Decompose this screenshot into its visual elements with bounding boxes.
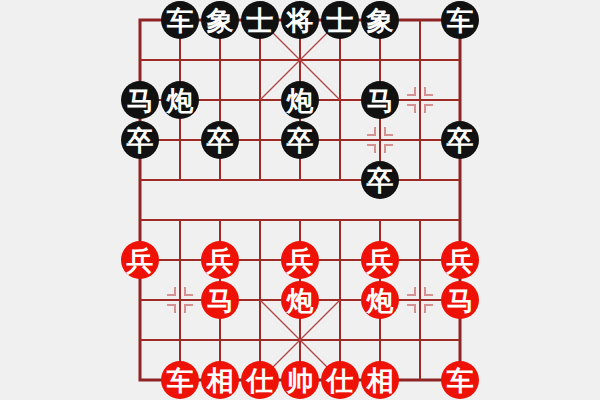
piece-black-elephant[interactable]: 象	[201, 1, 239, 39]
piece-red-soldier[interactable]: 兵	[281, 241, 319, 279]
piece-black-soldier[interactable]: 卒	[441, 121, 479, 159]
piece-red-advisor[interactable]: 仕	[241, 361, 279, 399]
piece-red-chariot[interactable]: 车	[161, 361, 199, 399]
piece-black-advisor[interactable]: 士	[321, 1, 359, 39]
piece-red-soldier[interactable]: 兵	[201, 241, 239, 279]
piece-red-horse[interactable]: 马	[441, 281, 479, 319]
piece-red-advisor[interactable]: 仕	[321, 361, 359, 399]
piece-black-soldier[interactable]: 卒	[121, 121, 159, 159]
piece-red-soldier[interactable]: 兵	[361, 241, 399, 279]
piece-black-soldier[interactable]: 卒	[281, 121, 319, 159]
piece-black-soldier[interactable]: 卒	[361, 161, 399, 199]
piece-black-elephant[interactable]: 象	[361, 1, 399, 39]
piece-black-chariot[interactable]: 车	[441, 1, 479, 39]
piece-red-soldier[interactable]: 兵	[121, 241, 159, 279]
piece-red-soldier[interactable]: 兵	[441, 241, 479, 279]
piece-red-elephant[interactable]: 相	[361, 361, 399, 399]
piece-red-general[interactable]: 帅	[281, 361, 319, 399]
piece-red-elephant[interactable]: 相	[201, 361, 239, 399]
piece-black-horse[interactable]: 马	[121, 81, 159, 119]
xiangqi-board: 车象士将士象车马炮炮马卒卒卒卒卒兵兵兵兵兵马炮炮马车相仕帅仕相车	[120, 0, 480, 400]
piece-black-general[interactable]: 将	[281, 1, 319, 39]
piece-red-cannon[interactable]: 炮	[281, 281, 319, 319]
piece-black-cannon[interactable]: 炮	[161, 81, 199, 119]
piece-black-advisor[interactable]: 士	[241, 1, 279, 39]
piece-black-cannon[interactable]: 炮	[281, 81, 319, 119]
piece-black-soldier[interactable]: 卒	[201, 121, 239, 159]
piece-black-horse[interactable]: 马	[361, 81, 399, 119]
piece-black-chariot[interactable]: 车	[161, 1, 199, 39]
xiangqi-board-screenshot: 车象士将士象车马炮炮马卒卒卒卒卒兵兵兵兵兵马炮炮马车相仕帅仕相车	[0, 0, 600, 400]
piece-red-cannon[interactable]: 炮	[361, 281, 399, 319]
piece-red-horse[interactable]: 马	[201, 281, 239, 319]
piece-red-chariot[interactable]: 车	[441, 361, 479, 399]
